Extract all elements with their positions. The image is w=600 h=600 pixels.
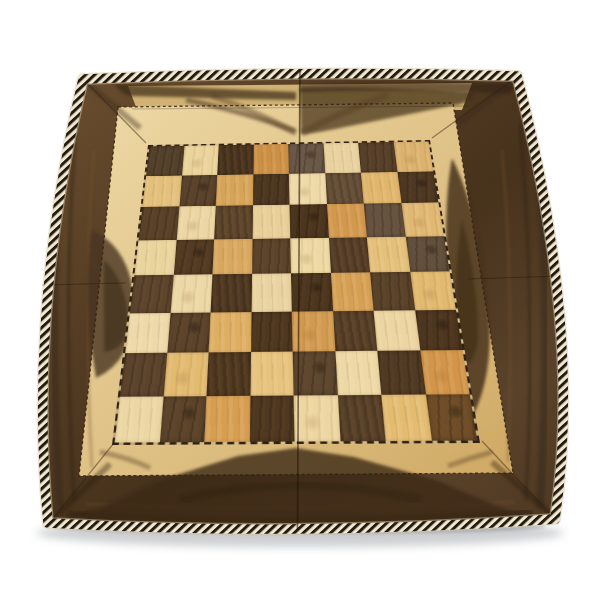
square-b4[interactable] <box>170 274 212 312</box>
square-f8[interactable] <box>323 143 361 173</box>
square-h1[interactable] <box>425 394 477 441</box>
square-c2[interactable] <box>206 352 250 396</box>
square-h5[interactable] <box>405 236 449 272</box>
square-b5[interactable] <box>173 239 214 275</box>
square-b1[interactable] <box>159 396 206 443</box>
square-e2[interactable] <box>293 351 338 395</box>
square-f4[interactable] <box>330 272 373 310</box>
square-d8[interactable] <box>253 144 289 174</box>
square-g5[interactable] <box>367 236 410 272</box>
square-d6[interactable] <box>252 205 290 239</box>
square-g2[interactable] <box>377 350 425 394</box>
square-d7[interactable] <box>253 173 290 205</box>
square-a3[interactable] <box>125 312 170 353</box>
square-e4[interactable] <box>291 273 333 311</box>
square-e5[interactable] <box>290 237 330 273</box>
square-a6[interactable] <box>139 206 180 240</box>
square-a8[interactable] <box>146 146 184 176</box>
square-a1[interactable] <box>115 396 164 443</box>
square-f7[interactable] <box>325 172 364 204</box>
square-b2[interactable] <box>163 352 208 396</box>
square-g3[interactable] <box>374 310 420 351</box>
square-d1[interactable] <box>249 395 294 442</box>
square-f5[interactable] <box>328 237 370 273</box>
chess-board <box>112 140 480 445</box>
square-d5[interactable] <box>252 238 291 274</box>
square-c3[interactable] <box>209 312 252 353</box>
square-e3[interactable] <box>292 311 335 352</box>
square-h6[interactable] <box>401 202 444 236</box>
square-a2[interactable] <box>120 353 167 396</box>
square-h7[interactable] <box>397 171 438 203</box>
square-b7[interactable] <box>179 175 217 207</box>
square-e6[interactable] <box>290 204 329 238</box>
square-f1[interactable] <box>337 394 385 441</box>
square-f3[interactable] <box>333 310 378 351</box>
square-b6[interactable] <box>176 206 215 240</box>
square-a4[interactable] <box>130 275 173 313</box>
square-f2[interactable] <box>335 351 381 395</box>
square-a5[interactable] <box>134 240 176 276</box>
square-h2[interactable] <box>420 350 470 394</box>
square-c1[interactable] <box>204 395 250 442</box>
square-e1[interactable] <box>294 395 340 442</box>
square-h3[interactable] <box>415 309 463 350</box>
square-d3[interactable] <box>251 311 293 352</box>
square-a7[interactable] <box>142 175 181 207</box>
square-b8[interactable] <box>182 145 219 175</box>
square-g8[interactable] <box>358 142 397 172</box>
square-e7[interactable] <box>289 173 327 205</box>
square-g6[interactable] <box>364 203 406 237</box>
square-c7[interactable] <box>216 174 253 206</box>
square-c4[interactable] <box>211 274 252 312</box>
square-b3[interactable] <box>167 312 211 353</box>
square-g1[interactable] <box>381 394 431 441</box>
chess-board-photo <box>0 0 600 600</box>
square-h4[interactable] <box>410 271 456 309</box>
square-d2[interactable] <box>250 352 294 396</box>
square-e8[interactable] <box>288 143 325 173</box>
square-c6[interactable] <box>214 205 252 239</box>
square-f6[interactable] <box>327 204 367 238</box>
square-d4[interactable] <box>251 273 292 311</box>
square-c5[interactable] <box>212 238 252 274</box>
square-h8[interactable] <box>393 141 433 171</box>
square-g7[interactable] <box>361 172 401 204</box>
square-c8[interactable] <box>217 145 253 175</box>
square-g4[interactable] <box>370 272 415 310</box>
